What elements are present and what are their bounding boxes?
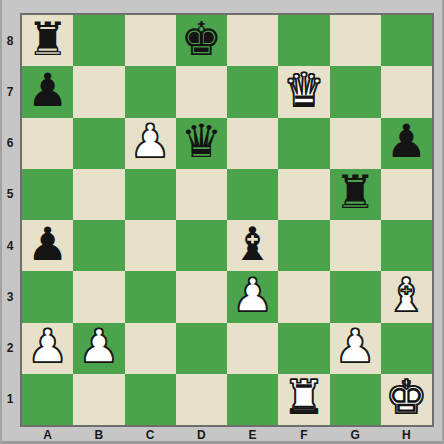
square-g3[interactable] xyxy=(330,271,381,322)
square-e2[interactable] xyxy=(227,323,278,374)
chess-diagram: 87654321 ♜♚♟♛♟♛♟♜♟♝♟♝♟♟♟♜♚ ABCDEFGH xyxy=(0,0,444,444)
square-f7[interactable]: ♛ xyxy=(278,66,329,117)
square-a6[interactable] xyxy=(22,118,73,169)
square-c4[interactable] xyxy=(125,220,176,271)
square-e5[interactable] xyxy=(227,169,278,220)
black-pawn[interactable]: ♟ xyxy=(27,67,68,113)
square-b5[interactable] xyxy=(73,169,124,220)
file-label-f: F xyxy=(278,428,329,442)
square-f8[interactable] xyxy=(278,15,329,66)
square-g5[interactable]: ♜ xyxy=(330,169,381,220)
square-b2[interactable]: ♟ xyxy=(73,323,124,374)
white-pawn[interactable]: ♟ xyxy=(130,118,171,164)
square-c8[interactable] xyxy=(125,15,176,66)
white-bishop[interactable]: ♝ xyxy=(386,272,427,318)
square-f2[interactable] xyxy=(278,323,329,374)
square-g6[interactable] xyxy=(330,118,381,169)
file-labels: ABCDEFGH xyxy=(22,428,432,442)
black-bishop[interactable]: ♝ xyxy=(232,221,273,267)
chess-board: ♜♚♟♛♟♛♟♜♟♝♟♝♟♟♟♜♚ xyxy=(20,13,434,427)
black-rook[interactable]: ♜ xyxy=(27,16,68,62)
square-a7[interactable]: ♟ xyxy=(22,66,73,117)
square-b1[interactable] xyxy=(73,374,124,425)
square-f6[interactable] xyxy=(278,118,329,169)
square-e1[interactable] xyxy=(227,374,278,425)
rank-label-2: 2 xyxy=(0,323,20,374)
square-c2[interactable] xyxy=(125,323,176,374)
square-h6[interactable]: ♟ xyxy=(381,118,432,169)
square-f1[interactable]: ♜ xyxy=(278,374,329,425)
square-b8[interactable] xyxy=(73,15,124,66)
black-pawn[interactable]: ♟ xyxy=(27,221,68,267)
square-d7[interactable] xyxy=(176,66,227,117)
square-h3[interactable]: ♝ xyxy=(381,271,432,322)
white-rook[interactable]: ♜ xyxy=(283,374,324,420)
square-e3[interactable]: ♟ xyxy=(227,271,278,322)
white-pawn[interactable]: ♟ xyxy=(232,272,273,318)
file-label-b: B xyxy=(73,428,124,442)
square-d1[interactable] xyxy=(176,374,227,425)
square-d5[interactable] xyxy=(176,169,227,220)
square-h8[interactable] xyxy=(381,15,432,66)
square-a2[interactable]: ♟ xyxy=(22,323,73,374)
file-label-c: C xyxy=(125,428,176,442)
black-queen[interactable]: ♛ xyxy=(181,118,222,164)
white-queen[interactable]: ♛ xyxy=(283,67,324,113)
square-g8[interactable] xyxy=(330,15,381,66)
square-a4[interactable]: ♟ xyxy=(22,220,73,271)
square-g7[interactable] xyxy=(330,66,381,117)
file-label-h: H xyxy=(381,428,432,442)
square-c1[interactable] xyxy=(125,374,176,425)
rank-label-1: 1 xyxy=(0,374,20,425)
square-d3[interactable] xyxy=(176,271,227,322)
square-f4[interactable] xyxy=(278,220,329,271)
square-a1[interactable] xyxy=(22,374,73,425)
square-c5[interactable] xyxy=(125,169,176,220)
square-e4[interactable]: ♝ xyxy=(227,220,278,271)
rank-label-3: 3 xyxy=(0,271,20,322)
white-pawn[interactable]: ♟ xyxy=(27,323,68,369)
square-h1[interactable]: ♚ xyxy=(381,374,432,425)
file-label-d: D xyxy=(176,428,227,442)
black-king[interactable]: ♚ xyxy=(181,16,222,62)
square-h2[interactable] xyxy=(381,323,432,374)
square-d8[interactable]: ♚ xyxy=(176,15,227,66)
square-g4[interactable] xyxy=(330,220,381,271)
square-c7[interactable] xyxy=(125,66,176,117)
square-b3[interactable] xyxy=(73,271,124,322)
white-pawn[interactable]: ♟ xyxy=(335,323,376,369)
square-c3[interactable] xyxy=(125,271,176,322)
square-d4[interactable] xyxy=(176,220,227,271)
white-pawn[interactable]: ♟ xyxy=(78,323,119,369)
rank-label-6: 6 xyxy=(0,118,20,169)
rank-labels: 87654321 xyxy=(0,15,20,425)
square-b6[interactable] xyxy=(73,118,124,169)
square-d2[interactable] xyxy=(176,323,227,374)
square-e7[interactable] xyxy=(227,66,278,117)
square-b7[interactable] xyxy=(73,66,124,117)
white-king[interactable]: ♚ xyxy=(386,374,427,420)
square-h7[interactable] xyxy=(381,66,432,117)
square-f5[interactable] xyxy=(278,169,329,220)
square-a3[interactable] xyxy=(22,271,73,322)
rank-label-5: 5 xyxy=(0,169,20,220)
square-a5[interactable] xyxy=(22,169,73,220)
square-d6[interactable]: ♛ xyxy=(176,118,227,169)
square-c6[interactable]: ♟ xyxy=(125,118,176,169)
square-e8[interactable] xyxy=(227,15,278,66)
black-pawn[interactable]: ♟ xyxy=(386,118,427,164)
rank-label-7: 7 xyxy=(0,66,20,117)
square-h4[interactable] xyxy=(381,220,432,271)
file-label-e: E xyxy=(227,428,278,442)
square-g2[interactable]: ♟ xyxy=(330,323,381,374)
square-a8[interactable]: ♜ xyxy=(22,15,73,66)
rank-label-8: 8 xyxy=(0,15,20,66)
square-g1[interactable] xyxy=(330,374,381,425)
square-f3[interactable] xyxy=(278,271,329,322)
file-label-a: A xyxy=(22,428,73,442)
square-e6[interactable] xyxy=(227,118,278,169)
black-rook[interactable]: ♜ xyxy=(335,169,376,215)
file-label-g: G xyxy=(330,428,381,442)
square-h5[interactable] xyxy=(381,169,432,220)
square-b4[interactable] xyxy=(73,220,124,271)
rank-label-4: 4 xyxy=(0,220,20,271)
